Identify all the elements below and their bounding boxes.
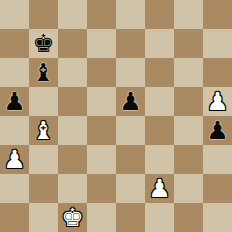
- square-h5[interactable]: ♟: [203, 87, 232, 116]
- square-b2[interactable]: [29, 174, 58, 203]
- square-a8[interactable]: [0, 0, 29, 29]
- square-e2[interactable]: [116, 174, 145, 203]
- square-c5[interactable]: [58, 87, 87, 116]
- square-c4[interactable]: [58, 116, 87, 145]
- square-g5[interactable]: [174, 87, 203, 116]
- piece-white-bishop-b4[interactable]: ♝: [29, 116, 58, 145]
- piece-white-pawn-a3[interactable]: ♟: [0, 145, 29, 174]
- square-d8[interactable]: [87, 0, 116, 29]
- square-f3[interactable]: [145, 145, 174, 174]
- square-a1[interactable]: [0, 203, 29, 232]
- square-d5[interactable]: [87, 87, 116, 116]
- square-b5[interactable]: [29, 87, 58, 116]
- square-b7[interactable]: ♚: [29, 29, 58, 58]
- square-b4[interactable]: ♝: [29, 116, 58, 145]
- square-g3[interactable]: [174, 145, 203, 174]
- square-e5[interactable]: ♟: [116, 87, 145, 116]
- square-d2[interactable]: [87, 174, 116, 203]
- square-f8[interactable]: [145, 0, 174, 29]
- square-h3[interactable]: [203, 145, 232, 174]
- piece-black-pawn-h4[interactable]: ♟: [203, 116, 232, 145]
- piece-white-pawn-f2[interactable]: ♟: [145, 174, 174, 203]
- square-g8[interactable]: [174, 0, 203, 29]
- square-c8[interactable]: [58, 0, 87, 29]
- square-a4[interactable]: [0, 116, 29, 145]
- square-a6[interactable]: [0, 58, 29, 87]
- square-b6[interactable]: ♝: [29, 58, 58, 87]
- square-c3[interactable]: [58, 145, 87, 174]
- square-h2[interactable]: [203, 174, 232, 203]
- square-d6[interactable]: [87, 58, 116, 87]
- square-e8[interactable]: [116, 0, 145, 29]
- piece-black-bishop-b6[interactable]: ♝: [29, 58, 58, 87]
- square-h4[interactable]: ♟: [203, 116, 232, 145]
- chess-board: ♚♝♟♟♟♝♟♟♟♚: [0, 0, 232, 232]
- square-b1[interactable]: [29, 203, 58, 232]
- square-d1[interactable]: [87, 203, 116, 232]
- square-g7[interactable]: [174, 29, 203, 58]
- square-d7[interactable]: [87, 29, 116, 58]
- square-e6[interactable]: [116, 58, 145, 87]
- square-f4[interactable]: [145, 116, 174, 145]
- square-f1[interactable]: [145, 203, 174, 232]
- piece-black-pawn-a5[interactable]: ♟: [0, 87, 29, 116]
- square-h7[interactable]: [203, 29, 232, 58]
- square-g2[interactable]: [174, 174, 203, 203]
- square-h1[interactable]: [203, 203, 232, 232]
- square-f5[interactable]: [145, 87, 174, 116]
- square-g6[interactable]: [174, 58, 203, 87]
- square-b8[interactable]: [29, 0, 58, 29]
- square-a2[interactable]: [0, 174, 29, 203]
- square-h6[interactable]: [203, 58, 232, 87]
- square-f2[interactable]: ♟: [145, 174, 174, 203]
- piece-black-pawn-e5[interactable]: ♟: [116, 87, 145, 116]
- square-g1[interactable]: [174, 203, 203, 232]
- square-a5[interactable]: ♟: [0, 87, 29, 116]
- square-f7[interactable]: [145, 29, 174, 58]
- square-h8[interactable]: [203, 0, 232, 29]
- piece-white-pawn-h5[interactable]: ♟: [203, 87, 232, 116]
- square-c6[interactable]: [58, 58, 87, 87]
- square-e7[interactable]: [116, 29, 145, 58]
- square-f6[interactable]: [145, 58, 174, 87]
- square-g4[interactable]: [174, 116, 203, 145]
- piece-black-king-b7[interactable]: ♚: [29, 29, 58, 58]
- square-c7[interactable]: [58, 29, 87, 58]
- square-c2[interactable]: [58, 174, 87, 203]
- square-b3[interactable]: [29, 145, 58, 174]
- square-e1[interactable]: [116, 203, 145, 232]
- square-d3[interactable]: [87, 145, 116, 174]
- piece-white-king-c1[interactable]: ♚: [58, 203, 87, 232]
- square-c1[interactable]: ♚: [58, 203, 87, 232]
- square-a3[interactable]: ♟: [0, 145, 29, 174]
- square-e3[interactable]: [116, 145, 145, 174]
- square-e4[interactable]: [116, 116, 145, 145]
- square-d4[interactable]: [87, 116, 116, 145]
- square-a7[interactable]: [0, 29, 29, 58]
